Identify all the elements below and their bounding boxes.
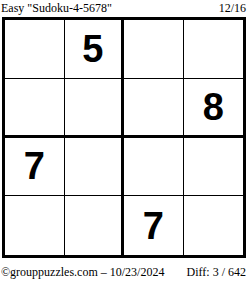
- cell-r4c4[interactable]: [184, 196, 244, 255]
- cell-r2c4[interactable]: 8: [184, 79, 244, 138]
- cell-r2c2[interactable]: [65, 79, 125, 138]
- cell-r3c2[interactable]: [65, 138, 125, 197]
- copyright-text: ©grouppuzzles.com – 10/23/2024: [1, 265, 164, 279]
- cell-r3c3[interactable]: [124, 138, 184, 197]
- cell-r4c3[interactable]: 7: [124, 196, 184, 255]
- cell-r3c1[interactable]: 7: [5, 138, 65, 197]
- puzzle-title: Easy "Sudoku-4-5678": [1, 1, 112, 15]
- cell-r4c2[interactable]: [65, 196, 125, 255]
- cell-r2c1[interactable]: [5, 79, 65, 138]
- header: Easy "Sudoku-4-5678" 12/16: [1, 1, 246, 15]
- difficulty-text: Diff: 3 / 642: [187, 265, 246, 279]
- cell-r1c1[interactable]: [5, 20, 65, 79]
- footer: ©grouppuzzles.com – 10/23/2024 Diff: 3 /…: [1, 265, 246, 279]
- cell-r1c2[interactable]: 5: [65, 20, 125, 79]
- sudoku-page: Easy "Sudoku-4-5678" 12/16 5877 ©grouppu…: [0, 0, 248, 282]
- cell-r4c1[interactable]: [5, 196, 65, 255]
- cell-r1c4[interactable]: [184, 20, 244, 79]
- cell-r2c3[interactable]: [124, 79, 184, 138]
- cell-r3c4[interactable]: [184, 138, 244, 197]
- sudoku-board: 5877: [2, 17, 246, 258]
- cell-counter: 12/16: [219, 1, 246, 15]
- cell-r1c3[interactable]: [124, 20, 184, 79]
